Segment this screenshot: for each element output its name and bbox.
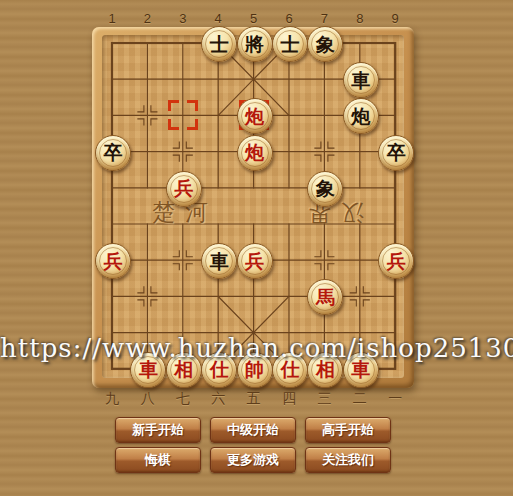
piece-char: 兵 xyxy=(104,252,123,271)
start-beginner-button[interactable]: 新手开始 xyxy=(115,417,201,443)
file-label-top-1: 1 xyxy=(100,11,124,26)
file-label-top-6: 6 xyxy=(277,11,301,26)
piece-red-pawn[interactable]: 兵 xyxy=(237,243,273,279)
piece-red-advisor[interactable]: 仕 xyxy=(272,352,308,388)
file-label-bottom-9: 一 xyxy=(383,390,407,408)
piece-char: 車 xyxy=(210,252,229,271)
more-games-button[interactable]: 更多游戏 xyxy=(210,447,296,473)
piece-red-advisor[interactable]: 仕 xyxy=(201,352,237,388)
file-label-bottom-2: 八 xyxy=(135,390,159,408)
file-label-bottom-1: 九 xyxy=(100,390,124,408)
piece-char: 炮 xyxy=(245,107,264,126)
piece-red-pawn[interactable]: 兵 xyxy=(95,243,131,279)
start-intermediate-button[interactable]: 中级开始 xyxy=(210,417,296,443)
piece-char: 仕 xyxy=(281,360,300,379)
piece-char: 車 xyxy=(139,360,158,379)
piece-char: 車 xyxy=(351,360,370,379)
piece-char: 帥 xyxy=(245,360,264,379)
file-label-bottom-3: 七 xyxy=(171,390,195,408)
piece-char: 將 xyxy=(245,35,264,54)
menu-row-2: 悔棋更多游戏关注我们 xyxy=(115,447,391,473)
piece-red-cannon[interactable]: 炮 xyxy=(237,135,273,171)
xiangqi-game-screen: 123456789 楚河 汉界 士將士象車炮卒卒象車炮炮兵兵兵兵馬車相仕帥仕相車… xyxy=(0,0,513,496)
piece-char: 卒 xyxy=(104,143,123,162)
piece-red-rook[interactable]: 車 xyxy=(130,352,166,388)
file-label-top-9: 9 xyxy=(383,11,407,26)
follow-us-button[interactable]: 关注我们 xyxy=(305,447,391,473)
piece-red-pawn[interactable]: 兵 xyxy=(166,171,202,207)
piece-char: 炮 xyxy=(245,143,264,162)
piece-black-advisor[interactable]: 士 xyxy=(201,26,237,62)
piece-char: 仕 xyxy=(210,360,229,379)
piece-black-rook[interactable]: 車 xyxy=(343,62,379,98)
undo-move-button[interactable]: 悔棋 xyxy=(115,447,201,473)
piece-black-cannon[interactable]: 炮 xyxy=(343,98,379,134)
start-expert-button[interactable]: 高手开始 xyxy=(305,417,391,443)
file-label-bottom-5: 五 xyxy=(242,390,266,408)
file-label-top-2: 2 xyxy=(135,11,159,26)
piece-char: 兵 xyxy=(387,252,406,271)
file-label-bottom-4: 六 xyxy=(206,390,230,408)
piece-char: 象 xyxy=(316,179,335,198)
piece-red-cannon[interactable]: 炮 xyxy=(237,98,273,134)
piece-red-elephant[interactable]: 相 xyxy=(166,352,202,388)
piece-char: 兵 xyxy=(245,252,264,271)
file-label-bottom-7: 三 xyxy=(312,390,336,408)
piece-red-elephant[interactable]: 相 xyxy=(307,352,343,388)
piece-char: 象 xyxy=(316,35,335,54)
piece-char: 馬 xyxy=(316,288,335,307)
piece-char: 士 xyxy=(281,35,300,54)
piece-black-pawn[interactable]: 卒 xyxy=(95,135,131,171)
piece-char: 炮 xyxy=(351,107,370,126)
piece-black-advisor[interactable]: 士 xyxy=(272,26,308,62)
file-label-bottom-8: 二 xyxy=(348,390,372,408)
piece-char: 相 xyxy=(316,360,335,379)
piece-red-king[interactable]: 帥 xyxy=(237,352,273,388)
menu-row-1: 新手开始中级开始高手开始 xyxy=(115,417,391,443)
piece-char: 相 xyxy=(174,360,193,379)
file-label-bottom-6: 四 xyxy=(277,390,301,408)
piece-char: 士 xyxy=(210,35,229,54)
file-label-top-5: 5 xyxy=(242,11,266,26)
file-label-top-7: 7 xyxy=(312,11,336,26)
file-label-top-3: 3 xyxy=(171,11,195,26)
file-label-top-4: 4 xyxy=(206,11,230,26)
piece-black-pawn[interactable]: 卒 xyxy=(378,135,414,171)
piece-red-rook[interactable]: 車 xyxy=(343,352,379,388)
piece-char: 車 xyxy=(351,71,370,90)
file-label-top-8: 8 xyxy=(348,11,372,26)
piece-char: 兵 xyxy=(174,179,193,198)
piece-black-king[interactable]: 將 xyxy=(237,26,273,62)
piece-char: 卒 xyxy=(387,143,406,162)
piece-black-elephant[interactable]: 象 xyxy=(307,171,343,207)
